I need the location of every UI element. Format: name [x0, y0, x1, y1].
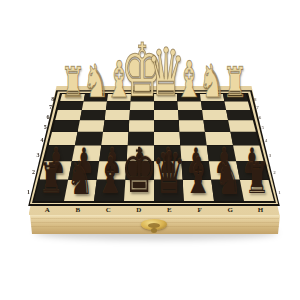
rank-label-left-6: 6: [47, 114, 50, 120]
file-label-h: H: [258, 206, 263, 213]
square-c5: [103, 120, 129, 132]
file-label-g: G: [227, 206, 232, 213]
rank-label-right-8: 8: [254, 97, 257, 102]
piece-black-rook: ♜: [39, 158, 63, 200]
piece-black-queen: ♛: [152, 144, 186, 202]
file-label-a: A: [45, 206, 50, 213]
square-g6: [202, 110, 228, 120]
rank-label-right-1: 1: [278, 189, 281, 194]
square-e5: [154, 120, 179, 132]
square-f5: [179, 120, 205, 132]
rank-label-left-2: 2: [32, 169, 35, 175]
piece-black-rook: ♜: [245, 158, 269, 200]
board-scene: ABCDEFGH1122334455667788♜♞♝♚♛♝♞♜♟♟♟♟♟♟♟♟…: [0, 0, 300, 300]
rank-label-right-7: 7: [256, 105, 259, 110]
square-a5: [52, 120, 80, 132]
clasp-keyloop: [151, 228, 157, 233]
rank-label-right-2: 2: [273, 169, 276, 174]
square-b5: [78, 120, 105, 132]
clasp-center: [148, 223, 160, 228]
rank-label-left-5: 5: [44, 124, 47, 130]
rank-label-left-4: 4: [40, 137, 43, 143]
file-label-f: F: [198, 206, 202, 213]
rank-label-right-4: 4: [265, 138, 268, 143]
square-g5: [203, 120, 230, 132]
piece-white-knight: ♞: [199, 58, 226, 104]
square-f6: [178, 110, 203, 120]
square-b6: [80, 110, 106, 120]
square-h5: [228, 120, 256, 132]
square-a6: [55, 110, 82, 120]
square-h6: [226, 110, 253, 120]
piece-black-bishop: ♝: [184, 151, 213, 201]
piece-black-knight: ♞: [214, 155, 241, 201]
square-d5: [129, 120, 154, 132]
piece-black-knight: ♞: [67, 155, 94, 201]
rank-label-left-8: 8: [51, 96, 54, 102]
rank-label-right-5: 5: [262, 125, 265, 130]
rank-label-left-1: 1: [27, 189, 30, 195]
piece-white-rook: ♜: [223, 62, 247, 104]
file-label-c: C: [106, 206, 111, 213]
rank-label-right-6: 6: [259, 114, 262, 119]
piece-white-rook: ♜: [61, 62, 85, 104]
file-label-b: B: [76, 206, 81, 213]
rank-label-left-7: 7: [49, 104, 52, 110]
product-photo-chess-set: ABCDEFGH1122334455667788♜♞♝♚♛♝♞♜♟♟♟♟♟♟♟♟…: [0, 0, 300, 300]
